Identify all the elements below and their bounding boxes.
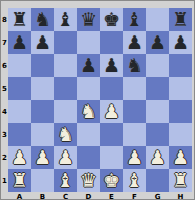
file-label-e: E [100, 193, 123, 201]
piece-white-pawn: ♟ [34, 146, 51, 169]
square-b7[interactable]: ♟ [31, 31, 54, 54]
square-c2[interactable]: ♟ [54, 146, 77, 169]
square-d7[interactable] [77, 31, 100, 54]
piece-black-rook: ♜ [172, 8, 189, 31]
square-f5[interactable] [123, 77, 146, 100]
square-b4[interactable] [31, 100, 54, 123]
square-e3[interactable] [100, 123, 123, 146]
piece-white-rook: ♜ [11, 169, 28, 192]
rank-label-1: 1 [1, 169, 8, 192]
square-g6[interactable] [146, 54, 169, 77]
square-f2[interactable]: ♟ [123, 146, 146, 169]
square-b8[interactable]: ♞ [31, 8, 54, 31]
file-label-a: A [8, 193, 31, 201]
square-f1[interactable]: ♝ [123, 169, 146, 192]
piece-white-knight: ♞ [57, 123, 74, 146]
square-h8[interactable]: ♜ [169, 8, 192, 31]
square-e1[interactable]: ♚ [100, 169, 123, 192]
rank-label-8: 8 [1, 8, 8, 31]
rank-label-4: 4 [1, 100, 8, 123]
piece-black-bishop: ♝ [57, 8, 74, 31]
square-g5[interactable] [146, 77, 169, 100]
square-a1[interactable]: ♜ [8, 169, 31, 192]
square-a5[interactable] [8, 77, 31, 100]
square-h7[interactable]: ♟ [169, 31, 192, 54]
square-e4[interactable]: ♟ [100, 100, 123, 123]
square-c3[interactable]: ♞ [54, 123, 77, 146]
square-g1[interactable] [146, 169, 169, 192]
chess-board-frame: 87654321 ♜♞♝♛♚♝♜♟♟♟♟♟♟♟♞♞♟♞♟♟♟♟♟♟♜♝♛♚♝♜ … [0, 0, 195, 200]
piece-white-pawn: ♟ [103, 100, 120, 123]
piece-white-pawn: ♟ [11, 146, 28, 169]
piece-black-pawn: ♟ [103, 54, 120, 77]
chess-board: ♜♞♝♛♚♝♜♟♟♟♟♟♟♟♞♞♟♞♟♟♟♟♟♟♜♝♛♚♝♜ [8, 8, 192, 192]
square-a6[interactable] [8, 54, 31, 77]
piece-black-bishop: ♝ [126, 8, 143, 31]
square-c1[interactable]: ♝ [54, 169, 77, 192]
square-d3[interactable] [77, 123, 100, 146]
piece-white-queen: ♛ [80, 169, 97, 192]
file-label-f: F [123, 193, 146, 201]
file-label-h: H [169, 193, 192, 201]
square-b3[interactable] [31, 123, 54, 146]
square-g2[interactable]: ♟ [146, 146, 169, 169]
square-c6[interactable] [54, 54, 77, 77]
square-h3[interactable] [169, 123, 192, 146]
square-g4[interactable] [146, 100, 169, 123]
square-a8[interactable]: ♜ [8, 8, 31, 31]
square-c8[interactable]: ♝ [54, 8, 77, 31]
rank-label-5: 5 [1, 77, 8, 100]
piece-black-pawn: ♟ [11, 31, 28, 54]
file-label-g: G [146, 193, 169, 201]
file-label-d: D [77, 193, 100, 201]
square-b6[interactable] [31, 54, 54, 77]
square-f8[interactable]: ♝ [123, 8, 146, 31]
square-d8[interactable]: ♛ [77, 8, 100, 31]
piece-white-pawn: ♟ [126, 146, 143, 169]
square-f6[interactable]: ♞ [123, 54, 146, 77]
square-g3[interactable] [146, 123, 169, 146]
rank-label-6: 6 [1, 54, 8, 77]
square-h1[interactable]: ♜ [169, 169, 192, 192]
piece-black-pawn: ♟ [34, 31, 51, 54]
rank-label-7: 7 [1, 31, 8, 54]
rank-label-3: 3 [1, 123, 8, 146]
square-g8[interactable] [146, 8, 169, 31]
square-b5[interactable] [31, 77, 54, 100]
square-d2[interactable] [77, 146, 100, 169]
square-e7[interactable] [100, 31, 123, 54]
square-c4[interactable] [54, 100, 77, 123]
square-f4[interactable] [123, 100, 146, 123]
board-area: 87654321 ♜♞♝♛♚♝♜♟♟♟♟♟♟♟♞♞♟♞♟♟♟♟♟♟♜♝♛♚♝♜ [1, 1, 194, 192]
square-e8[interactable]: ♚ [100, 8, 123, 31]
square-h6[interactable] [169, 54, 192, 77]
square-c5[interactable] [54, 77, 77, 100]
piece-black-king: ♚ [103, 8, 120, 31]
square-h5[interactable] [169, 77, 192, 100]
file-label-b: B [31, 193, 54, 201]
piece-black-pawn: ♟ [149, 31, 166, 54]
square-a4[interactable] [8, 100, 31, 123]
square-a3[interactable] [8, 123, 31, 146]
piece-black-pawn: ♟ [126, 31, 143, 54]
file-labels: ABCDEFGH [8, 192, 192, 200]
piece-white-bishop: ♝ [57, 169, 74, 192]
square-e2[interactable] [100, 146, 123, 169]
square-e6[interactable]: ♟ [100, 54, 123, 77]
rank-label-2: 2 [1, 146, 8, 169]
piece-white-rook: ♜ [172, 169, 189, 192]
square-d5[interactable] [77, 77, 100, 100]
piece-white-king: ♚ [103, 169, 120, 192]
square-f3[interactable] [123, 123, 146, 146]
square-b1[interactable] [31, 169, 54, 192]
file-label-c: C [54, 193, 77, 201]
piece-black-pawn: ♟ [172, 31, 189, 54]
piece-white-knight: ♞ [80, 100, 97, 123]
piece-black-knight: ♞ [126, 54, 143, 77]
rank-labels: 87654321 [1, 8, 8, 192]
square-e5[interactable] [100, 77, 123, 100]
piece-black-pawn: ♟ [80, 54, 97, 77]
square-g7[interactable]: ♟ [146, 31, 169, 54]
square-a7[interactable]: ♟ [8, 31, 31, 54]
piece-white-pawn: ♟ [149, 146, 166, 169]
square-b2[interactable]: ♟ [31, 146, 54, 169]
piece-white-pawn: ♟ [172, 146, 189, 169]
square-a2[interactable]: ♟ [8, 146, 31, 169]
piece-white-bishop: ♝ [126, 169, 143, 192]
piece-white-pawn: ♟ [57, 146, 74, 169]
square-d4[interactable]: ♞ [77, 100, 100, 123]
square-h4[interactable] [169, 100, 192, 123]
square-h2[interactable]: ♟ [169, 146, 192, 169]
square-f7[interactable]: ♟ [123, 31, 146, 54]
square-c7[interactable] [54, 31, 77, 54]
square-d6[interactable]: ♟ [77, 54, 100, 77]
piece-black-knight: ♞ [34, 8, 51, 31]
piece-black-queen: ♛ [80, 8, 97, 31]
square-d1[interactable]: ♛ [77, 169, 100, 192]
piece-black-rook: ♜ [11, 8, 28, 31]
